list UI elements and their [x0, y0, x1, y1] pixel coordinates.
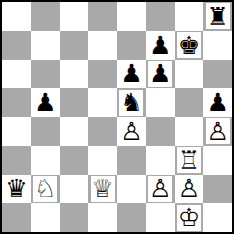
square-f7[interactable]: ♟ [146, 31, 175, 60]
square-b5[interactable]: ♟ [31, 88, 60, 117]
piece-white-pawn: ♙ [206, 118, 230, 144]
square-f6[interactable]: ♟ [146, 60, 175, 89]
piece-black-pawn: ♟ [206, 90, 230, 116]
square-h4[interactable]: ♙ [203, 117, 232, 146]
square-b3[interactable] [31, 146, 60, 175]
square-g7[interactable]: ♚ [175, 31, 204, 60]
square-e5[interactable]: ♞ [117, 88, 146, 117]
square-b7[interactable] [31, 31, 60, 60]
square-g6[interactable] [175, 60, 204, 89]
square-g3[interactable]: ♖ [175, 146, 204, 175]
piece-white-pawn: ♙ [177, 176, 201, 202]
piece-white-pawn: ♙ [148, 176, 172, 202]
piece-black-pawn: ♟ [33, 90, 57, 116]
square-e8[interactable] [117, 2, 146, 31]
square-a3[interactable] [2, 146, 31, 175]
square-b6[interactable] [31, 60, 60, 89]
square-d3[interactable] [88, 146, 117, 175]
square-c5[interactable] [60, 88, 89, 117]
piece-black-pawn: ♟ [148, 32, 172, 58]
square-h5[interactable]: ♟ [203, 88, 232, 117]
square-a6[interactable] [2, 60, 31, 89]
square-f8[interactable] [146, 2, 175, 31]
piece-black-rook: ♜ [206, 3, 230, 29]
square-a5[interactable] [2, 88, 31, 117]
square-b8[interactable] [31, 2, 60, 31]
square-a1[interactable] [2, 203, 31, 232]
piece-black-queen: ♛ [4, 176, 28, 202]
square-b2[interactable]: ♘ [31, 175, 60, 204]
square-f2[interactable]: ♙ [146, 175, 175, 204]
square-d2[interactable]: ♕ [88, 175, 117, 204]
piece-black-pawn: ♟ [119, 61, 143, 87]
square-g5[interactable] [175, 88, 204, 117]
square-f4[interactable] [146, 117, 175, 146]
square-c1[interactable] [60, 203, 89, 232]
square-h8[interactable]: ♜ [203, 2, 232, 31]
square-e6[interactable]: ♟ [117, 60, 146, 89]
square-a8[interactable] [2, 2, 31, 31]
square-e4[interactable]: ♙ [117, 117, 146, 146]
piece-white-king: ♔ [177, 205, 201, 231]
piece-black-pawn: ♟ [148, 61, 172, 87]
square-h6[interactable] [203, 60, 232, 89]
square-g1[interactable]: ♔ [175, 203, 204, 232]
square-c4[interactable] [60, 117, 89, 146]
square-a7[interactable] [2, 31, 31, 60]
square-d8[interactable] [88, 2, 117, 31]
square-e7[interactable] [117, 31, 146, 60]
square-b4[interactable] [31, 117, 60, 146]
square-h2[interactable] [203, 175, 232, 204]
square-c7[interactable] [60, 31, 89, 60]
square-d5[interactable] [88, 88, 117, 117]
square-g4[interactable] [175, 117, 204, 146]
square-h1[interactable] [203, 203, 232, 232]
square-g2[interactable]: ♙ [175, 175, 204, 204]
piece-white-rook: ♖ [177, 147, 201, 173]
square-h7[interactable] [203, 31, 232, 60]
square-b1[interactable] [31, 203, 60, 232]
square-c2[interactable] [60, 175, 89, 204]
square-e2[interactable] [117, 175, 146, 204]
piece-black-king: ♚ [177, 32, 201, 58]
square-a2[interactable]: ♛ [2, 175, 31, 204]
square-d7[interactable] [88, 31, 117, 60]
square-f1[interactable] [146, 203, 175, 232]
piece-black-knight: ♞ [119, 90, 143, 116]
piece-white-queen: ♕ [91, 176, 115, 202]
square-f5[interactable] [146, 88, 175, 117]
square-d4[interactable] [88, 117, 117, 146]
square-e1[interactable] [117, 203, 146, 232]
square-a4[interactable] [2, 117, 31, 146]
square-c6[interactable] [60, 60, 89, 89]
square-d1[interactable] [88, 203, 117, 232]
square-e3[interactable] [117, 146, 146, 175]
square-g8[interactable] [175, 2, 204, 31]
square-c3[interactable] [60, 146, 89, 175]
square-d6[interactable] [88, 60, 117, 89]
square-f3[interactable] [146, 146, 175, 175]
square-h3[interactable] [203, 146, 232, 175]
chess-board: ♜♟♚♟♟♟♞♟♙♙♖♛♘♕♙♙♔ [0, 0, 234, 234]
piece-white-pawn: ♙ [119, 118, 143, 144]
piece-white-knight: ♘ [33, 176, 57, 202]
square-c8[interactable] [60, 2, 89, 31]
